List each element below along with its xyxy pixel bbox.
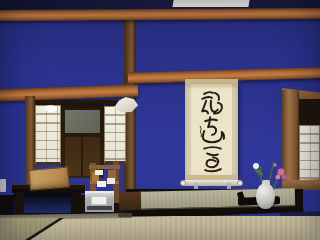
stand-label-mid: [97, 181, 106, 187]
wooden-board-on-table: [28, 166, 70, 190]
scroll-roller-knob-left: [180, 180, 186, 186]
stand-label-top: [95, 170, 103, 175]
wall-outlet: [0, 179, 6, 192]
pink-flower-3: [276, 175, 281, 180]
low-table-leg-left: [15, 192, 24, 214]
scroll-roller-bar: [181, 180, 242, 186]
ceiling-white-patch: [172, 0, 249, 7]
opening-mullion: [81, 137, 83, 176]
signature-mark: [200, 126, 201, 137]
opening-inner-panel: [63, 108, 102, 135]
pink-bud: [273, 163, 277, 167]
hanging-scroll: [185, 79, 238, 194]
scroll-calligraphy: [197, 89, 227, 173]
scroll-roller-knob-right: [237, 180, 243, 186]
leaf-left: [254, 169, 263, 176]
right-dark-gap: [299, 99, 320, 127]
pink-flower-2: [281, 174, 286, 179]
photo-frame: [0, 0, 320, 240]
white-bloom: [253, 163, 259, 169]
low-table-leg-right: [71, 192, 81, 214]
stand-label-right: [107, 178, 115, 184]
platform-wood-board: [119, 192, 144, 211]
utensil-stand: [84, 158, 122, 214]
shoji-highlight: [44, 105, 57, 112]
top-beam: [0, 8, 320, 21]
flower-vase: [256, 183, 275, 209]
gray-box-slot: [87, 206, 112, 210]
right-shoji-screen: [299, 125, 320, 183]
tea-room-scene: [0, 0, 320, 240]
stand-crossbar: [89, 165, 120, 169]
shoji-screen-right: [104, 106, 126, 164]
gray-box-label: [91, 196, 107, 205]
shoji-screen-left: [35, 105, 61, 165]
